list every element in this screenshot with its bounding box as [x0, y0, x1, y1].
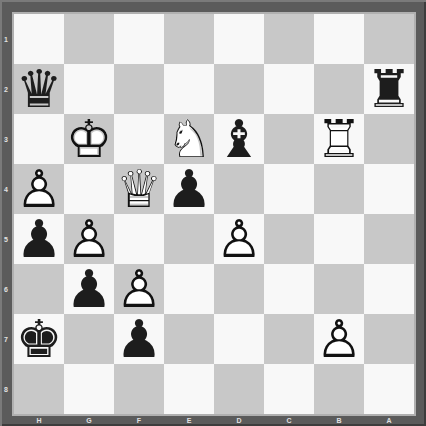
square-c7[interactable]	[264, 314, 314, 364]
square-d4[interactable]	[214, 164, 264, 214]
square-g7[interactable]	[64, 314, 114, 364]
file-label-e: E	[164, 414, 214, 426]
white-pawn-g5: ♟♙	[64, 214, 114, 264]
white-pawn-f6: ♟♙	[114, 264, 164, 314]
square-d5[interactable]: ♟♙	[214, 214, 264, 264]
square-f6[interactable]: ♟♙	[114, 264, 164, 314]
square-f7[interactable]: ♟	[114, 314, 164, 364]
square-g4[interactable]	[64, 164, 114, 214]
square-c1[interactable]	[264, 14, 314, 64]
square-c2[interactable]	[264, 64, 314, 114]
square-c8[interactable]	[264, 364, 314, 414]
white-pawn-b7: ♟♙	[314, 314, 364, 364]
black-pawn-e4: ♟	[164, 164, 214, 214]
square-e7[interactable]	[164, 314, 214, 364]
square-c6[interactable]	[264, 264, 314, 314]
square-d2[interactable]	[214, 64, 264, 114]
black-queen-h2: ♛	[14, 64, 64, 114]
file-label-f: F	[114, 414, 164, 426]
square-a2[interactable]: ♜	[364, 64, 414, 114]
black-pawn-f7: ♟	[114, 314, 164, 364]
square-b3[interactable]: ♜♖	[314, 114, 364, 164]
square-b2[interactable]	[314, 64, 364, 114]
square-g5[interactable]: ♟♙	[64, 214, 114, 264]
square-a3[interactable]	[364, 114, 414, 164]
rank-label-6: 6	[0, 264, 12, 314]
square-e4[interactable]: ♟	[164, 164, 214, 214]
square-b1[interactable]	[314, 14, 364, 64]
file-label-b: B	[314, 414, 364, 426]
file-label-d: D	[214, 414, 264, 426]
rank-label-1: 1	[0, 14, 12, 64]
square-d1[interactable]	[214, 14, 264, 64]
file-label-h: H	[14, 414, 64, 426]
white-queen-f4: ♛♕	[114, 164, 164, 214]
black-rook-a2: ♜	[364, 64, 414, 114]
square-d3[interactable]: ♝	[214, 114, 264, 164]
square-b5[interactable]	[314, 214, 364, 264]
square-d7[interactable]	[214, 314, 264, 364]
square-a8[interactable]	[364, 364, 414, 414]
chess-board-frame: ♛♜♚♔♞♘♝♜♖♟♙♛♕♟♟♟♙♟♙♟♟♙♚♟♟♙ 12345678 HGFE…	[0, 0, 426, 426]
square-f5[interactable]	[114, 214, 164, 264]
square-h8[interactable]	[14, 364, 64, 414]
rank-label-8: 8	[0, 364, 12, 414]
square-e1[interactable]	[164, 14, 214, 64]
square-g6[interactable]: ♟	[64, 264, 114, 314]
square-c3[interactable]	[264, 114, 314, 164]
square-d8[interactable]	[214, 364, 264, 414]
square-e8[interactable]	[164, 364, 214, 414]
square-c5[interactable]	[264, 214, 314, 264]
square-g1[interactable]	[64, 14, 114, 64]
square-a6[interactable]	[364, 264, 414, 314]
rank-labels: 12345678	[0, 14, 12, 414]
black-pawn-h5: ♟	[14, 214, 64, 264]
square-f1[interactable]	[114, 14, 164, 64]
square-g8[interactable]	[64, 364, 114, 414]
rank-label-7: 7	[0, 314, 12, 364]
black-bishop-d3: ♝	[214, 114, 264, 164]
square-e5[interactable]	[164, 214, 214, 264]
square-h4[interactable]: ♟♙	[14, 164, 64, 214]
square-a1[interactable]	[364, 14, 414, 64]
file-label-a: A	[364, 414, 414, 426]
square-g3[interactable]: ♚♔	[64, 114, 114, 164]
file-label-c: C	[264, 414, 314, 426]
square-f4[interactable]: ♛♕	[114, 164, 164, 214]
square-f2[interactable]	[114, 64, 164, 114]
square-e2[interactable]	[164, 64, 214, 114]
square-h7[interactable]: ♚	[14, 314, 64, 364]
rank-label-3: 3	[0, 114, 12, 164]
rank-label-2: 2	[0, 64, 12, 114]
square-b4[interactable]	[314, 164, 364, 214]
square-a7[interactable]	[364, 314, 414, 364]
square-h2[interactable]: ♛	[14, 64, 64, 114]
square-g2[interactable]	[64, 64, 114, 114]
square-h5[interactable]: ♟	[14, 214, 64, 264]
square-h3[interactable]	[14, 114, 64, 164]
white-pawn-h4: ♟♙	[14, 164, 64, 214]
square-c4[interactable]	[264, 164, 314, 214]
black-pawn-g6: ♟	[64, 264, 114, 314]
white-pawn-d5: ♟♙	[214, 214, 264, 264]
square-b7[interactable]: ♟♙	[314, 314, 364, 364]
square-f8[interactable]	[114, 364, 164, 414]
square-d6[interactable]	[214, 264, 264, 314]
white-rook-b3: ♜♖	[314, 114, 364, 164]
square-h6[interactable]	[14, 264, 64, 314]
square-h1[interactable]	[14, 14, 64, 64]
square-b6[interactable]	[314, 264, 364, 314]
rank-label-5: 5	[0, 214, 12, 264]
file-label-g: G	[64, 414, 114, 426]
board: ♛♜♚♔♞♘♝♜♖♟♙♛♕♟♟♟♙♟♙♟♟♙♚♟♟♙	[12, 12, 416, 416]
square-a4[interactable]	[364, 164, 414, 214]
black-king-h7: ♚	[14, 314, 64, 364]
white-king-g3: ♚♔	[64, 114, 114, 164]
square-b8[interactable]	[314, 364, 364, 414]
square-e6[interactable]	[164, 264, 214, 314]
square-a5[interactable]	[364, 214, 414, 264]
square-f3[interactable]	[114, 114, 164, 164]
white-knight-e3: ♞♘	[164, 114, 214, 164]
file-labels: HGFEDCBA	[14, 414, 414, 426]
rank-label-4: 4	[0, 164, 12, 214]
square-e3[interactable]: ♞♘	[164, 114, 214, 164]
